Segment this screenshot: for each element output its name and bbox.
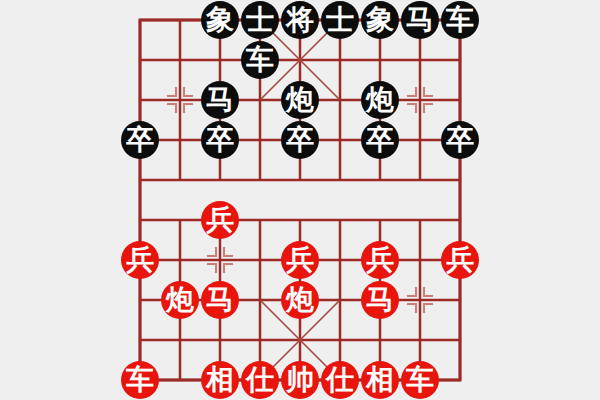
piece-black-cannon[interactable]: 炮 [281, 81, 319, 119]
piece-black-elephant[interactable]: 象 [201, 1, 239, 39]
piece-red-chariot[interactable]: 车 [401, 361, 439, 399]
pieces-layer: 象士将士象马车车马炮炮卒卒卒卒卒兵兵兵兵兵炮马炮马车相仕帅仕相车 [120, 0, 480, 400]
piece-red-elephant[interactable]: 相 [201, 361, 239, 399]
piece-red-advisor[interactable]: 仕 [321, 361, 359, 399]
piece-black-chariot[interactable]: 车 [241, 41, 279, 79]
piece-black-soldier[interactable]: 卒 [281, 121, 319, 159]
piece-red-soldier[interactable]: 兵 [361, 241, 399, 279]
piece-black-soldier[interactable]: 卒 [361, 121, 399, 159]
piece-red-cannon[interactable]: 炮 [281, 281, 319, 319]
piece-red-soldier[interactable]: 兵 [281, 241, 319, 279]
piece-black-soldier[interactable]: 卒 [201, 121, 239, 159]
piece-black-advisor[interactable]: 士 [321, 1, 359, 39]
piece-red-cannon[interactable]: 炮 [161, 281, 199, 319]
piece-red-horse[interactable]: 马 [361, 281, 399, 319]
piece-red-soldier[interactable]: 兵 [441, 241, 479, 279]
piece-red-general[interactable]: 帅 [281, 361, 319, 399]
piece-black-elephant[interactable]: 象 [361, 1, 399, 39]
piece-black-horse[interactable]: 马 [201, 81, 239, 119]
piece-black-general[interactable]: 将 [281, 1, 319, 39]
piece-red-soldier[interactable]: 兵 [201, 201, 239, 239]
piece-black-chariot[interactable]: 车 [441, 1, 479, 39]
piece-black-advisor[interactable]: 士 [241, 1, 279, 39]
piece-red-chariot[interactable]: 车 [121, 361, 159, 399]
piece-red-horse[interactable]: 马 [201, 281, 239, 319]
piece-black-cannon[interactable]: 炮 [361, 81, 399, 119]
piece-black-soldier[interactable]: 卒 [441, 121, 479, 159]
piece-black-horse[interactable]: 马 [401, 1, 439, 39]
piece-red-advisor[interactable]: 仕 [241, 361, 279, 399]
piece-black-soldier[interactable]: 卒 [121, 121, 159, 159]
xiangqi-diagram: 象士将士象马车车马炮炮卒卒卒卒卒兵兵兵兵兵炮马炮马车相仕帅仕相车 [0, 0, 600, 400]
piece-red-elephant[interactable]: 相 [361, 361, 399, 399]
piece-red-soldier[interactable]: 兵 [121, 241, 159, 279]
